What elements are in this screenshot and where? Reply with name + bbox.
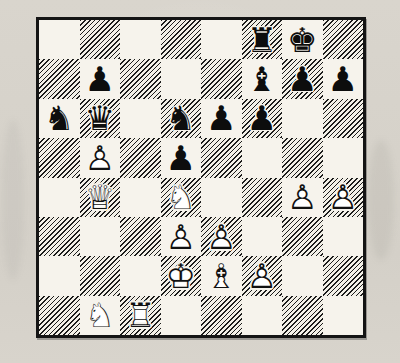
white-queen-b4[interactable]: ♛♕ bbox=[80, 178, 121, 217]
square-a6[interactable]: ♞ bbox=[39, 99, 80, 138]
square-h8[interactable] bbox=[323, 20, 364, 59]
square-d8[interactable] bbox=[161, 20, 202, 59]
square-h1[interactable] bbox=[323, 296, 364, 335]
black-pawn-h7[interactable]: ♟ bbox=[323, 59, 364, 98]
square-c4[interactable] bbox=[120, 178, 161, 217]
paper-texture-smudge bbox=[368, 140, 394, 260]
white-pawn-h4[interactable]: ♟♙ bbox=[323, 178, 364, 217]
black-rook-f8[interactable]: ♜ bbox=[242, 20, 283, 59]
square-c5[interactable] bbox=[120, 138, 161, 177]
square-c7[interactable] bbox=[120, 59, 161, 98]
white-pawn-d3[interactable]: ♟♙ bbox=[161, 217, 202, 256]
square-g6[interactable] bbox=[282, 99, 323, 138]
white-king-d2[interactable]: ♚♔ bbox=[161, 256, 202, 295]
white-piece-outline: ♙ bbox=[80, 138, 121, 177]
black-piece-glyph: ♞ bbox=[39, 99, 80, 138]
square-a8[interactable] bbox=[39, 20, 80, 59]
square-c2[interactable] bbox=[120, 256, 161, 295]
black-piece-glyph: ♚ bbox=[282, 20, 323, 59]
white-piece-outline: ♖ bbox=[120, 296, 161, 335]
black-piece-glyph: ♜ bbox=[242, 20, 283, 59]
square-a4[interactable] bbox=[39, 178, 80, 217]
square-d3[interactable]: ♟♙ bbox=[161, 217, 202, 256]
black-pawn-d5[interactable]: ♟ bbox=[161, 138, 202, 177]
black-king-g8[interactable]: ♚ bbox=[282, 20, 323, 59]
white-piece-outline: ♘ bbox=[161, 178, 202, 217]
black-piece-glyph: ♞ bbox=[161, 99, 202, 138]
black-pawn-f6[interactable]: ♟ bbox=[242, 99, 283, 138]
white-piece-outline: ♙ bbox=[201, 217, 242, 256]
white-pawn-f2[interactable]: ♟♙ bbox=[242, 256, 283, 295]
black-knight-d6[interactable]: ♞ bbox=[161, 99, 202, 138]
square-e1[interactable] bbox=[201, 296, 242, 335]
square-f1[interactable] bbox=[242, 296, 283, 335]
square-f2[interactable]: ♟♙ bbox=[242, 256, 283, 295]
black-bishop-f7[interactable]: ♝ bbox=[242, 59, 283, 98]
square-f8[interactable]: ♜ bbox=[242, 20, 283, 59]
white-knight-b1[interactable]: ♞♘ bbox=[80, 296, 121, 335]
white-piece-outline: ♘ bbox=[80, 296, 121, 335]
white-pawn-g4[interactable]: ♟♙ bbox=[282, 178, 323, 217]
square-d7[interactable] bbox=[161, 59, 202, 98]
scanned-page: ♜♚♟♝♟♟♞♛♞♟♟♟♙♟♛♕♞♘♟♙♟♙♟♙♟♙♚♔♝♗♟♙♞♘♜♖ bbox=[0, 0, 400, 363]
square-h6[interactable] bbox=[323, 99, 364, 138]
paper-texture-smudge bbox=[2, 120, 24, 280]
square-c6[interactable] bbox=[120, 99, 161, 138]
square-h7[interactable]: ♟ bbox=[323, 59, 364, 98]
square-h3[interactable] bbox=[323, 217, 364, 256]
square-b6[interactable]: ♛ bbox=[80, 99, 121, 138]
black-knight-a6[interactable]: ♞ bbox=[39, 99, 80, 138]
white-pawn-e3[interactable]: ♟♙ bbox=[201, 217, 242, 256]
square-f7[interactable]: ♝ bbox=[242, 59, 283, 98]
square-f4[interactable] bbox=[242, 178, 283, 217]
black-queen-b6[interactable]: ♛ bbox=[80, 99, 121, 138]
square-f5[interactable] bbox=[242, 138, 283, 177]
square-c3[interactable] bbox=[120, 217, 161, 256]
square-d6[interactable]: ♞ bbox=[161, 99, 202, 138]
square-g2[interactable] bbox=[282, 256, 323, 295]
square-b7[interactable]: ♟ bbox=[80, 59, 121, 98]
square-g7[interactable]: ♟ bbox=[282, 59, 323, 98]
white-rook-c1[interactable]: ♜♖ bbox=[120, 296, 161, 335]
square-h4[interactable]: ♟♙ bbox=[323, 178, 364, 217]
square-g3[interactable] bbox=[282, 217, 323, 256]
square-h2[interactable] bbox=[323, 256, 364, 295]
square-e8[interactable] bbox=[201, 20, 242, 59]
square-e5[interactable] bbox=[201, 138, 242, 177]
white-piece-outline: ♔ bbox=[161, 256, 202, 295]
square-a2[interactable] bbox=[39, 256, 80, 295]
square-g8[interactable]: ♚ bbox=[282, 20, 323, 59]
square-d5[interactable]: ♟ bbox=[161, 138, 202, 177]
white-piece-outline: ♕ bbox=[80, 178, 121, 217]
square-b3[interactable] bbox=[80, 217, 121, 256]
white-piece-outline: ♗ bbox=[201, 256, 242, 295]
black-pawn-e6[interactable]: ♟ bbox=[201, 99, 242, 138]
black-piece-glyph: ♟ bbox=[282, 59, 323, 98]
black-piece-glyph: ♟ bbox=[201, 99, 242, 138]
square-b5[interactable]: ♟♙ bbox=[80, 138, 121, 177]
square-d4[interactable]: ♞♘ bbox=[161, 178, 202, 217]
black-piece-glyph: ♝ bbox=[242, 59, 283, 98]
white-piece-outline: ♙ bbox=[282, 178, 323, 217]
square-b2[interactable] bbox=[80, 256, 121, 295]
white-knight-d4[interactable]: ♞♘ bbox=[161, 178, 202, 217]
square-c1[interactable]: ♜♖ bbox=[120, 296, 161, 335]
white-piece-outline: ♙ bbox=[161, 217, 202, 256]
square-f3[interactable] bbox=[242, 217, 283, 256]
square-a7[interactable] bbox=[39, 59, 80, 98]
black-piece-glyph: ♟ bbox=[80, 59, 121, 98]
square-a5[interactable] bbox=[39, 138, 80, 177]
white-pawn-b5[interactable]: ♟♙ bbox=[80, 138, 121, 177]
black-pawn-b7[interactable]: ♟ bbox=[80, 59, 121, 98]
black-piece-glyph: ♟ bbox=[242, 99, 283, 138]
square-e6[interactable]: ♟ bbox=[201, 99, 242, 138]
square-e4[interactable] bbox=[201, 178, 242, 217]
white-piece-outline: ♙ bbox=[242, 256, 283, 295]
square-b8[interactable] bbox=[80, 20, 121, 59]
square-b1[interactable]: ♞♘ bbox=[80, 296, 121, 335]
black-piece-glyph: ♟ bbox=[161, 138, 202, 177]
white-piece-outline: ♙ bbox=[323, 178, 364, 217]
white-bishop-e2[interactable]: ♝♗ bbox=[201, 256, 242, 295]
square-e3[interactable]: ♟♙ bbox=[201, 217, 242, 256]
square-g5[interactable] bbox=[282, 138, 323, 177]
square-d2[interactable]: ♚♔ bbox=[161, 256, 202, 295]
square-b4[interactable]: ♛♕ bbox=[80, 178, 121, 217]
black-pawn-g7[interactable]: ♟ bbox=[282, 59, 323, 98]
chess-board: ♜♚♟♝♟♟♞♛♞♟♟♟♙♟♛♕♞♘♟♙♟♙♟♙♟♙♚♔♝♗♟♙♞♘♜♖ bbox=[36, 17, 366, 338]
square-a1[interactable] bbox=[39, 296, 80, 335]
square-e2[interactable]: ♝♗ bbox=[201, 256, 242, 295]
black-piece-glyph: ♟ bbox=[323, 59, 364, 98]
square-g4[interactable]: ♟♙ bbox=[282, 178, 323, 217]
square-d1[interactable] bbox=[161, 296, 202, 335]
square-g1[interactable] bbox=[282, 296, 323, 335]
square-h5[interactable] bbox=[323, 138, 364, 177]
square-e7[interactable] bbox=[201, 59, 242, 98]
square-a3[interactable] bbox=[39, 217, 80, 256]
black-piece-glyph: ♛ bbox=[80, 99, 121, 138]
square-c8[interactable] bbox=[120, 20, 161, 59]
square-f6[interactable]: ♟ bbox=[242, 99, 283, 138]
